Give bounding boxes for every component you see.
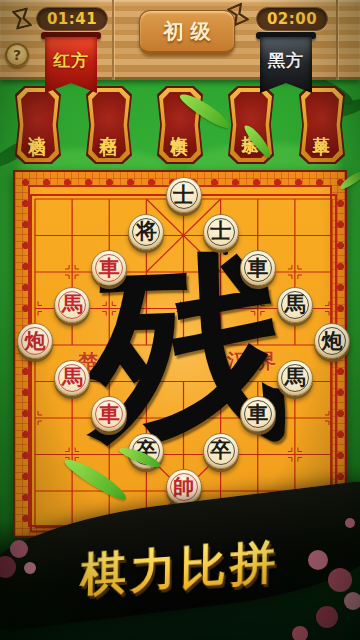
level-button[interactable]: 初级 <box>139 10 235 55</box>
piece-glyph: 車 <box>99 403 120 424</box>
toolbar-button-label: 读档 <box>27 122 50 128</box>
piece-glyph: 将 <box>136 220 157 241</box>
piece-glyph: 卒 <box>210 439 231 460</box>
blossom <box>344 592 360 610</box>
wood-seam <box>336 0 338 80</box>
red-side-label: 红方 <box>53 49 89 72</box>
toolbar-button-label: 菜单 <box>311 122 334 128</box>
ink-splatter <box>93 434 97 438</box>
piece-red-車[interactable]: 車 <box>91 250 127 286</box>
piece-red-馬[interactable]: 馬 <box>54 360 90 396</box>
piece-glyph: 馬 <box>62 293 83 314</box>
toolbar-button-save[interactable]: 存档 <box>86 86 132 164</box>
wood-seam <box>112 0 114 80</box>
piece-glyph: 帥 <box>173 476 194 497</box>
black-side-label: 黑方 <box>268 49 304 72</box>
piece-glyph: 車 <box>99 257 120 278</box>
piece-black-炮[interactable]: 炮 <box>314 323 350 359</box>
piece-glyph: 車 <box>247 403 268 424</box>
piece-glyph: 士 <box>210 220 231 241</box>
piece-glyph: 炮 <box>322 330 343 351</box>
piece-red-車[interactable]: 車 <box>91 396 127 432</box>
piece-black-卒[interactable]: 卒 <box>203 433 239 469</box>
ink-splatter <box>223 250 228 255</box>
piece-red-帥[interactable]: 帥 <box>166 469 202 505</box>
river-label-hanjie: 汉界 <box>227 348 285 375</box>
piece-glyph: 炮 <box>25 330 46 351</box>
xiangqi-board[interactable]: 楚 汉界 残 士将士車車馬馬炮炮馬馬車車卒卒帥 <box>13 170 347 538</box>
piece-glyph: 馬 <box>284 366 305 387</box>
toolbar-button-label: 悔棋 <box>169 122 192 128</box>
xiangqi-app-screen: 01:41 02:00 初级 ? 红方 黑方 读档存档悔棋提示菜单 楚 汉界 残… <box>0 0 360 640</box>
piece-red-馬[interactable]: 馬 <box>54 287 90 323</box>
piece-red-炮[interactable]: 炮 <box>17 323 53 359</box>
piece-black-士[interactable]: 士 <box>203 214 239 250</box>
piece-glyph: 士 <box>173 184 194 205</box>
piece-glyph: 馬 <box>62 366 83 387</box>
black-timer: 02:00 <box>256 7 328 31</box>
toolbar-button-load[interactable]: 读档 <box>15 86 61 164</box>
help-button[interactable]: ? <box>5 43 29 67</box>
piece-black-馬[interactable]: 馬 <box>277 360 313 396</box>
red-timer: 01:41 <box>36 7 108 31</box>
piece-black-士[interactable]: 士 <box>166 177 202 213</box>
piece-glyph: 馬 <box>284 293 305 314</box>
piece-black-車[interactable]: 車 <box>240 396 276 432</box>
piece-glyph: 車 <box>247 257 268 278</box>
toolbar-button-menu[interactable]: 菜单 <box>299 86 345 164</box>
toolbar-button-label: 存档 <box>98 122 121 128</box>
blossom <box>316 606 338 628</box>
piece-black-馬[interactable]: 馬 <box>277 287 313 323</box>
piece-black-車[interactable]: 車 <box>240 250 276 286</box>
blossom <box>292 626 308 640</box>
piece-black-将[interactable]: 将 <box>128 214 164 250</box>
